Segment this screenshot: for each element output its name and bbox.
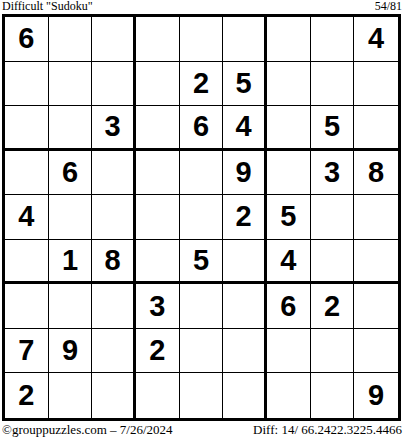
cell-r3c3[interactable]: 3	[92, 106, 136, 151]
cell-r3c6[interactable]: 4	[223, 106, 267, 151]
sudoku-board: 642536456938425185436279229	[2, 14, 401, 421]
empty-cell-counter: 54/81	[375, 0, 402, 13]
cell-r8c3[interactable]	[92, 329, 136, 374]
cell-r1c2[interactable]	[49, 17, 93, 62]
cell-r1c7[interactable]	[267, 17, 311, 62]
cell-r3c5[interactable]: 6	[180, 106, 224, 151]
cell-r3c8[interactable]: 5	[311, 106, 355, 151]
cell-r2c6[interactable]: 5	[223, 62, 267, 107]
cell-r2c9[interactable]	[354, 62, 398, 107]
cell-r7c8[interactable]: 2	[311, 284, 355, 329]
cell-r5c5[interactable]	[180, 195, 224, 240]
cell-r5c3[interactable]	[92, 195, 136, 240]
cell-r8c1[interactable]: 7	[5, 329, 49, 374]
cell-r9c3[interactable]	[92, 373, 136, 418]
cell-r4c6[interactable]: 9	[223, 151, 267, 196]
cell-r4c1[interactable]	[5, 151, 49, 196]
cell-r4c2[interactable]: 6	[49, 151, 93, 196]
cell-r5c2[interactable]	[49, 195, 93, 240]
cell-r5c4[interactable]	[136, 195, 180, 240]
cell-r1c8[interactable]	[311, 17, 355, 62]
cell-r4c4[interactable]	[136, 151, 180, 196]
cell-r1c5[interactable]	[180, 17, 224, 62]
cell-r6c1[interactable]	[5, 240, 49, 285]
cell-r1c3[interactable]	[92, 17, 136, 62]
cell-r5c6[interactable]: 2	[223, 195, 267, 240]
cell-r9c5[interactable]	[180, 373, 224, 418]
page-header: Difficult "Sudoku" 54/81	[0, 0, 403, 14]
cell-r3c7[interactable]	[267, 106, 311, 151]
cell-r7c6[interactable]	[223, 284, 267, 329]
cell-r1c9[interactable]: 4	[354, 17, 398, 62]
cell-r3c2[interactable]	[49, 106, 93, 151]
cell-r7c4[interactable]: 3	[136, 284, 180, 329]
cell-r1c6[interactable]	[223, 17, 267, 62]
cell-r2c7[interactable]	[267, 62, 311, 107]
cell-r6c3[interactable]: 8	[92, 240, 136, 285]
cell-r4c5[interactable]	[180, 151, 224, 196]
cell-r3c1[interactable]	[5, 106, 49, 151]
cell-r8c8[interactable]	[311, 329, 355, 374]
cell-r5c7[interactable]: 5	[267, 195, 311, 240]
cell-r9c9[interactable]: 9	[354, 373, 398, 418]
cell-r7c7[interactable]: 6	[267, 284, 311, 329]
cell-r4c9[interactable]: 8	[354, 151, 398, 196]
cell-r2c2[interactable]	[49, 62, 93, 107]
cell-r1c4[interactable]	[136, 17, 180, 62]
cell-r2c5[interactable]: 2	[180, 62, 224, 107]
cell-r6c4[interactable]	[136, 240, 180, 285]
cell-r9c1[interactable]: 2	[5, 373, 49, 418]
cell-r7c1[interactable]	[5, 284, 49, 329]
cell-r4c8[interactable]: 3	[311, 151, 355, 196]
cell-r6c9[interactable]	[354, 240, 398, 285]
cell-r6c7[interactable]: 4	[267, 240, 311, 285]
cell-r2c1[interactable]	[5, 62, 49, 107]
cell-r4c7[interactable]	[267, 151, 311, 196]
cell-r6c6[interactable]	[223, 240, 267, 285]
cell-r2c4[interactable]	[136, 62, 180, 107]
cell-r7c5[interactable]	[180, 284, 224, 329]
cell-r7c3[interactable]	[92, 284, 136, 329]
cell-r8c2[interactable]: 9	[49, 329, 93, 374]
puzzle-title: Difficult "Sudoku"	[2, 0, 93, 13]
cell-r9c4[interactable]	[136, 373, 180, 418]
cell-r5c1[interactable]: 4	[5, 195, 49, 240]
cell-r1c1[interactable]: 6	[5, 17, 49, 62]
cell-r4c3[interactable]	[92, 151, 136, 196]
cell-r8c6[interactable]	[223, 329, 267, 374]
cell-r9c8[interactable]	[311, 373, 355, 418]
cell-r8c4[interactable]: 2	[136, 329, 180, 374]
cell-r8c5[interactable]	[180, 329, 224, 374]
cell-r8c7[interactable]	[267, 329, 311, 374]
cell-r9c6[interactable]	[223, 373, 267, 418]
cell-r6c5[interactable]: 5	[180, 240, 224, 285]
cell-r5c9[interactable]	[354, 195, 398, 240]
cell-r8c9[interactable]	[354, 329, 398, 374]
cell-r6c2[interactable]: 1	[49, 240, 93, 285]
cell-r9c7[interactable]	[267, 373, 311, 418]
page-footer: ©grouppuzzles.com – 7/26/2024 Diff: 14/ …	[0, 421, 403, 437]
cell-r3c4[interactable]	[136, 106, 180, 151]
cell-r2c3[interactable]	[92, 62, 136, 107]
cell-r3c9[interactable]	[354, 106, 398, 151]
cell-r7c2[interactable]	[49, 284, 93, 329]
cell-r6c8[interactable]	[311, 240, 355, 285]
cell-r5c8[interactable]	[311, 195, 355, 240]
copyright-date: ©grouppuzzles.com – 7/26/2024	[2, 423, 173, 437]
cell-r7c9[interactable]	[354, 284, 398, 329]
cell-r2c8[interactable]	[311, 62, 355, 107]
cell-r9c2[interactable]	[49, 373, 93, 418]
difficulty-code: Diff: 14/ 66.2422.3225.4466	[253, 423, 402, 437]
